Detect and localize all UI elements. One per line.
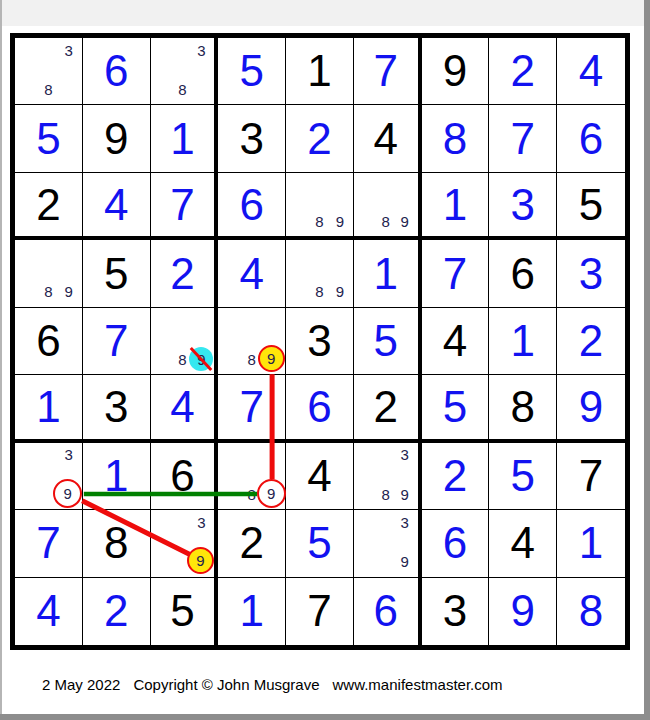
cell-r1c6[interactable]: 7 [354,38,422,105]
cell-r8c5[interactable]: 5 [286,510,354,577]
given-digit: 5 [151,578,215,645]
solved-digit: 3 [489,173,556,236]
cell-r4c4[interactable]: 4 [218,240,286,307]
cell-r2c6[interactable]: 4 [354,105,422,172]
solved-digit: 7 [489,105,556,171]
cell-r7c1[interactable]: 39 [15,443,83,510]
pencil-mark-3: 3 [189,38,213,62]
given-digit: 4 [354,105,418,171]
cell-r8c4[interactable]: 2 [218,510,286,577]
cell-r2c7[interactable]: 8 [422,105,490,172]
cell-r1c3[interactable]: 38 [151,38,219,105]
solved-digit: 7 [422,240,489,306]
solved-digit: 5 [354,308,418,374]
given-digit: 1 [286,38,353,104]
solved-digit: 1 [422,173,489,236]
cell-r4c5[interactable]: 89 [286,240,354,307]
solved-digit: 6 [422,510,489,576]
cell-r3c5[interactable]: 89 [286,173,354,240]
pencil-mark-9-yellow-ring: 9 [258,345,285,372]
cell-r4c9[interactable]: 3 [557,240,625,307]
cell-r1c2[interactable]: 6 [83,38,151,105]
cell-r7c6[interactable]: 389 [354,443,422,510]
given-digit: 6 [15,308,82,374]
given-digit: 4 [489,510,556,576]
cell-r2c3[interactable]: 1 [151,105,219,172]
pencil-mark-9: 9 [393,550,417,574]
cell-r9c3[interactable]: 5 [151,578,219,645]
cell-r3c6[interactable]: 89 [354,173,422,240]
cell-r3c4[interactable]: 6 [218,173,286,240]
cell-r3c7[interactable]: 1 [422,173,490,240]
cell-r8c6[interactable]: 39 [354,510,422,577]
cell-r2c1[interactable]: 5 [15,105,83,172]
cell-r5c6[interactable]: 5 [354,308,422,375]
cell-r4c8[interactable]: 6 [489,240,557,307]
pencil-mark-3: 3 [57,38,81,62]
solved-digit: 6 [83,38,150,104]
cell-r6c4[interactable]: 7 [218,375,286,442]
cell-r6c2[interactable]: 3 [83,375,151,442]
cell-r3c8[interactable]: 3 [489,173,557,240]
cell-r6c8[interactable]: 8 [489,375,557,442]
given-digit: 8 [489,375,556,438]
solved-digit: 7 [15,510,82,576]
given-digit: 2 [218,510,285,576]
cell-r8c3[interactable]: 39 [151,510,219,577]
cell-r9c9[interactable]: 8 [557,578,625,645]
cell-r4c7[interactable]: 7 [422,240,490,307]
top-band [0,0,650,26]
solved-digit: 4 [151,375,215,438]
solved-digit: 2 [422,443,489,509]
solved-digit: 1 [15,375,82,438]
solved-digit: 1 [83,443,150,509]
solved-digit: 7 [354,38,418,104]
cell-r7c4[interactable]: 89 [218,443,286,510]
cell-r9c1[interactable]: 4 [15,578,83,645]
given-digit: 5 [83,240,150,306]
solved-digit: 9 [489,578,556,645]
solved-digit: 1 [557,510,625,576]
cell-r8c9[interactable]: 1 [557,510,625,577]
cell-r1c9[interactable]: 4 [557,38,625,105]
cell-r7c7[interactable]: 2 [422,443,490,510]
pencil-mark-9-red-ring: 9 [53,479,82,508]
cell-r7c5[interactable]: 4 [286,443,354,510]
cell-r1c7[interactable]: 9 [422,38,490,105]
left-edge [0,0,2,720]
cell-r1c5[interactable]: 1 [286,38,354,105]
solved-digit: 7 [83,308,150,374]
pencil-mark-9-red-ring: 9 [257,479,286,508]
cell-r6c9[interactable]: 9 [557,375,625,442]
solved-digit: 6 [557,105,625,171]
solved-digit: 2 [83,578,150,645]
solved-digit: 2 [151,240,215,306]
solved-digit: 6 [218,173,285,236]
given-digit: 7 [557,443,625,509]
cell-r9c6[interactable]: 6 [354,578,422,645]
given-digit: 2 [354,375,418,438]
pencil-mark-9: 9 [393,482,417,506]
pencil-mark-9: 9 [328,280,352,304]
cell-r2c8[interactable]: 7 [489,105,557,172]
footer: 2 May 2022 Copyright © John Musgrave www… [42,676,503,693]
solved-digit: 4 [218,240,285,306]
cell-r2c9[interactable]: 6 [557,105,625,172]
cell-r6c1[interactable]: 1 [15,375,83,442]
page: 3863851792459132487624768989135895248917… [0,0,650,720]
solved-digit: 6 [354,578,418,645]
footer-website[interactable]: www.manifestmaster.com [333,676,503,693]
pencil-mark-3: 3 [57,443,81,467]
cell-r2c2[interactable]: 9 [83,105,151,172]
pencil-mark-3: 3 [393,443,417,467]
footer-date: 2 May 2022 [42,676,120,693]
cell-r3c3[interactable]: 7 [151,173,219,240]
cell-r3c1[interactable]: 2 [15,173,83,240]
cell-r5c7[interactable]: 4 [422,308,490,375]
given-digit: 9 [83,105,150,171]
cell-r7c8[interactable]: 5 [489,443,557,510]
solved-digit: 7 [151,173,215,236]
given-digit: 6 [489,240,556,306]
pencil-mark-8: 8 [36,77,60,101]
sudoku-board: 3863851792459132487624768989135895248917… [10,33,630,650]
given-digit: 3 [422,578,489,645]
cell-r7c2[interactable]: 1 [83,443,151,510]
cell-r9c8[interactable]: 9 [489,578,557,645]
solved-digit: 5 [422,375,489,438]
pencil-mark-3: 3 [189,510,213,534]
given-digit: 8 [83,510,150,576]
given-digit: 4 [422,308,489,374]
solved-digit: 8 [557,578,625,645]
cell-r4c3[interactable]: 2 [151,240,219,307]
solved-digit: 3 [557,240,625,306]
cell-r5c2[interactable]: 7 [83,308,151,375]
cell-r5c4[interactable]: 89 [218,308,286,375]
pencil-mark-9: 9 [393,209,417,233]
cell-r1c8[interactable]: 2 [489,38,557,105]
footer-copyright: Copyright © John Musgrave [133,676,319,693]
given-digit: 5 [557,173,625,236]
pencil-mark-3: 3 [393,510,417,534]
pencil-mark-9: 9 [57,280,81,304]
cell-r5c3[interactable]: 89 [151,308,219,375]
solved-digit: 2 [557,308,625,374]
solved-digit: 1 [151,105,215,171]
solved-digit: 2 [286,105,353,171]
solved-digit: 4 [557,38,625,104]
solved-digit: 8 [422,105,489,171]
cell-r2c5[interactable]: 2 [286,105,354,172]
pencil-mark-9: 9 [328,209,352,233]
given-digit: 3 [286,308,353,374]
cell-r4c6[interactable]: 1 [354,240,422,307]
given-digit: 9 [422,38,489,104]
given-digit: 3 [83,375,150,438]
cell-r6c3[interactable]: 4 [151,375,219,442]
cell-r5c8[interactable]: 1 [489,308,557,375]
cell-r6c6[interactable]: 2 [354,375,422,442]
solved-digit: 5 [15,105,82,171]
cell-r8c7[interactable]: 6 [422,510,490,577]
solved-digit: 4 [83,173,150,236]
solved-digit: 1 [489,308,556,374]
solved-digit: 5 [286,510,353,576]
solved-digit: 9 [557,375,625,438]
solved-digit: 1 [218,578,285,645]
given-digit: 7 [286,578,353,645]
cell-r9c7[interactable]: 3 [422,578,490,645]
cell-r8c8[interactable]: 4 [489,510,557,577]
cell-r6c5[interactable]: 6 [286,375,354,442]
solved-digit: 5 [489,443,556,509]
given-digit: 2 [15,173,82,236]
solved-digit: 4 [15,578,82,645]
cell-r4c1[interactable]: 89 [15,240,83,307]
pencil-mark-8: 8 [170,77,194,101]
solved-digit: 6 [286,375,353,438]
cell-r9c4[interactable]: 1 [218,578,286,645]
cell-r1c4[interactable]: 5 [218,38,286,105]
cell-r8c1[interactable]: 7 [15,510,83,577]
solved-digit: 5 [218,38,285,104]
cell-r5c9[interactable]: 2 [557,308,625,375]
cell-r3c9[interactable]: 5 [557,173,625,240]
solved-digit: 2 [489,38,556,104]
cell-r4c2[interactable]: 5 [83,240,151,307]
cell-r1c1[interactable]: 38 [15,38,83,105]
solved-digit: 1 [354,240,418,306]
cell-r3c2[interactable]: 4 [83,173,151,240]
solved-digit: 7 [218,375,285,438]
given-digit: 4 [286,443,353,509]
pencil-mark-9-cyan-slash: 9 [189,347,213,371]
right-edge [644,0,650,720]
cell-r6c7[interactable]: 5 [422,375,490,442]
cell-r9c2[interactable]: 2 [83,578,151,645]
given-digit: 6 [151,443,215,509]
cell-r5c5[interactable]: 3 [286,308,354,375]
cell-r7c9[interactable]: 7 [557,443,625,510]
cell-r8c2[interactable]: 8 [83,510,151,577]
cell-r9c5[interactable]: 7 [286,578,354,645]
cell-r5c1[interactable]: 6 [15,308,83,375]
given-digit: 3 [218,105,285,171]
cell-r7c3[interactable]: 6 [151,443,219,510]
bottom-edge [0,714,650,720]
pencil-mark-9-yellow-ring: 9 [187,547,214,574]
cell-r2c4[interactable]: 3 [218,105,286,172]
